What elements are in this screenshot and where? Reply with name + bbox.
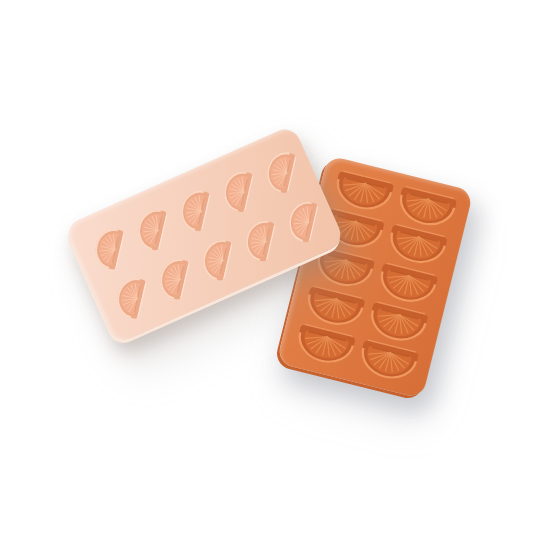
- orange-wedge-cavity: [132, 204, 168, 253]
- orange-wedge-cavity: [240, 216, 276, 265]
- orange-wedge-cavity: [112, 273, 148, 322]
- orange-wedge-cavity: [89, 223, 125, 272]
- orange-wedge-cavity: [283, 197, 319, 246]
- product-photo-stage: [0, 0, 533, 533]
- orange-wedge-cavity: [218, 166, 254, 215]
- orange-wedge-cavity: [261, 147, 297, 196]
- orange-wedge-cavity: [155, 254, 191, 303]
- orange-wedge-cavity: [175, 185, 211, 234]
- orange-wedge-cavity: [197, 235, 233, 284]
